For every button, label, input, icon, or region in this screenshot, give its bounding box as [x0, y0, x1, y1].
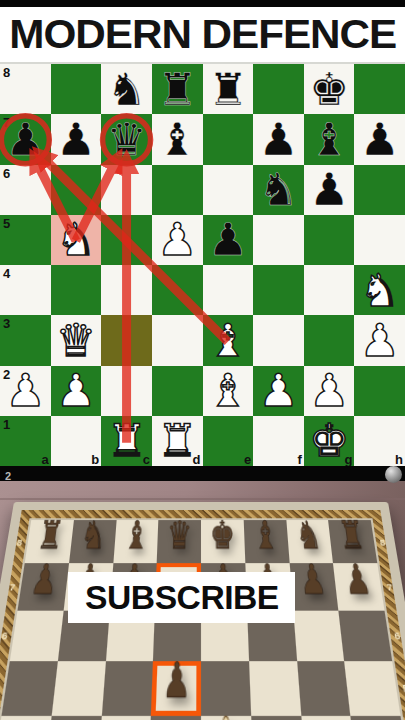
square-a7: 7: [0, 114, 51, 164]
photo-square-g7: [289, 563, 338, 610]
progress-strip: 2: [0, 466, 405, 481]
square-b7: [51, 114, 102, 164]
file-label-b: b: [91, 453, 99, 466]
frame-rank-label-8: 8: [16, 538, 23, 548]
photo-square-d5: [151, 661, 201, 716]
square-h7: [354, 114, 405, 164]
square-e3: [203, 315, 254, 365]
square-b3: [51, 315, 102, 365]
square-c7: [101, 114, 152, 164]
photo-square-a6: [10, 610, 64, 661]
wall-seam: [0, 498, 405, 500]
square-e6: [203, 165, 254, 215]
photo-square-h4: [351, 716, 405, 720]
square-g1: g: [304, 416, 355, 466]
square-d8: [152, 64, 203, 114]
square-g3: [304, 315, 355, 365]
frame-rank-label-7: 7: [9, 582, 16, 592]
square-d2: [152, 366, 203, 416]
scrubber-dot-icon[interactable]: [385, 466, 402, 483]
file-label-c: c: [143, 453, 150, 466]
photo-square-a7: [18, 563, 69, 610]
photo-square-e4: [201, 716, 253, 720]
square-e5: [203, 215, 254, 265]
page-title: MODERN DEFENCE: [9, 11, 396, 58]
square-a4: 4: [0, 265, 51, 315]
top-black-bar: [0, 0, 405, 7]
square-c3: [101, 315, 152, 365]
square-h3: [354, 315, 405, 365]
square-b8: [51, 64, 102, 114]
photo-square-d4: [149, 716, 201, 720]
square-f7: [253, 114, 304, 164]
square-a1: 1a: [0, 416, 51, 466]
rank-label-6: 6: [3, 167, 10, 180]
rank-label-1: 1: [3, 418, 10, 431]
file-label-a: a: [41, 453, 48, 466]
board-squares: 87654321abcdefgh: [0, 64, 405, 466]
rank-label-3: 3: [3, 317, 10, 330]
file-label-e: e: [244, 453, 251, 466]
square-c2: [101, 366, 152, 416]
frame-rank-label-7: 7: [386, 582, 393, 592]
frame-rank-label-6: 6: [394, 630, 401, 641]
square-d1: d: [152, 416, 203, 466]
square-f4: [253, 265, 304, 315]
file-label-g: g: [344, 453, 352, 466]
square-e8: [203, 64, 254, 114]
photo-square-h7: [333, 563, 384, 610]
square-a6: 6: [0, 165, 51, 215]
square-e2: [203, 366, 254, 416]
square-b6: [51, 165, 102, 215]
photo-square-c8: [113, 520, 159, 563]
photo-square-b4: [45, 716, 102, 720]
photo-square-e8: [201, 520, 245, 563]
square-b2: [51, 366, 102, 416]
file-label-d: d: [193, 453, 201, 466]
rank-label-7: 7: [3, 116, 10, 129]
photo-square-e5: [201, 661, 251, 716]
photo-square-c5: [101, 661, 153, 716]
square-b5: [51, 215, 102, 265]
square-h5: [354, 215, 405, 265]
square-c8: [101, 64, 152, 114]
rank-label-2: 2: [3, 368, 10, 381]
square-f5: [253, 215, 304, 265]
square-d4: [152, 265, 203, 315]
square-e4: [203, 265, 254, 315]
square-h4: [354, 265, 405, 315]
square-a8: 8: [0, 64, 51, 114]
square-g2: [304, 366, 355, 416]
photo-square-g5: [297, 661, 351, 716]
square-b1: b: [51, 416, 102, 466]
square-g4: [304, 265, 355, 315]
photo-square-h6: [339, 610, 393, 661]
photo-square-h5: [344, 661, 400, 716]
frame-rank-label-8: 8: [379, 538, 386, 548]
square-g8: [304, 64, 355, 114]
file-label-f: f: [297, 453, 301, 466]
chess-board: 87654321abcdefgh ♞♜♜♚♟♟♛♝♟♝♟♞♟♞♟♟♞♛♝♟♟♟♝…: [0, 62, 405, 466]
rank-label-8: 8: [3, 66, 10, 79]
subscribe-label: SUBSCRIBE: [85, 579, 279, 617]
square-a2: 2: [0, 366, 51, 416]
square-a5: 5: [0, 215, 51, 265]
square-c4: [101, 265, 152, 315]
square-e1: e: [203, 416, 254, 466]
square-g5: [304, 215, 355, 265]
square-h2: [354, 366, 405, 416]
photo-square-g8: [286, 520, 333, 563]
photo-square-f8: [243, 520, 289, 563]
square-f8: [253, 64, 304, 114]
rank-label-5: 5: [3, 217, 10, 230]
photo-square-c4: [97, 716, 151, 720]
square-d6: [152, 165, 203, 215]
square-f2: [253, 366, 304, 416]
frame-rank-label-6: 6: [1, 630, 8, 641]
square-g7: [304, 114, 355, 164]
square-h1: h: [354, 416, 405, 466]
photo-square-a5: [1, 661, 57, 716]
square-a3: 3: [0, 315, 51, 365]
photo-square-b5: [51, 661, 105, 716]
photo-square-h8: [328, 520, 377, 563]
photo-square-g4: [301, 716, 358, 720]
square-c5: [101, 215, 152, 265]
title-band: MODERN DEFENCE: [0, 7, 405, 62]
photo-square-f4: [251, 716, 305, 720]
photo-square-g6: [293, 610, 345, 661]
square-f6: [253, 165, 304, 215]
square-h6: [354, 165, 405, 215]
square-h8: [354, 64, 405, 114]
photo-square-a4: [0, 716, 51, 720]
square-c6: [101, 165, 152, 215]
photo-square-d8: [157, 520, 201, 563]
photo-square-a8: [25, 520, 74, 563]
square-d7: [152, 114, 203, 164]
file-label-h: h: [395, 453, 403, 466]
square-b4: [51, 265, 102, 315]
square-d3: [152, 315, 203, 365]
rank-label-4: 4: [3, 267, 10, 280]
square-c1: c: [101, 416, 152, 466]
photo-square-f5: [249, 661, 301, 716]
square-g6: [304, 165, 355, 215]
video-frame: MODERN DEFENCE 87654321abcdefgh ♞♜♜♚♟♟♛♝…: [0, 0, 405, 720]
square-d5: [152, 215, 203, 265]
square-f1: f: [253, 416, 304, 466]
square-f3: [253, 315, 304, 365]
photo-square-b8: [69, 520, 116, 563]
square-e7: [203, 114, 254, 164]
subscribe-banner[interactable]: SUBSCRIBE: [68, 572, 295, 623]
